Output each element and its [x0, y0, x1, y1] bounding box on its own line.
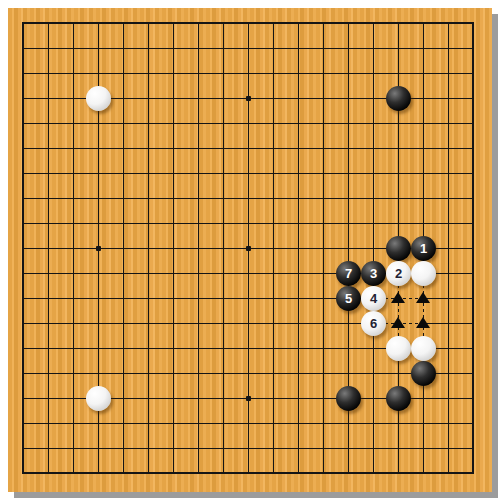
stone-move-number: 5 — [345, 292, 352, 305]
stone-move-number: 1 — [420, 242, 427, 255]
stone-move-number: 6 — [370, 317, 377, 330]
star-point — [246, 96, 251, 101]
grid-line-vertical — [472, 22, 474, 474]
triangle-mark — [391, 292, 405, 303]
board-surface[interactable]: 1732546 — [8, 8, 492, 492]
stone-black-5: 5 — [336, 286, 361, 311]
stone-black — [386, 386, 411, 411]
stone-white-6: 6 — [361, 311, 386, 336]
grid-line-vertical — [373, 22, 374, 474]
grid-line-horizontal — [22, 298, 374, 299]
go-diagram-page: 1732546 — [0, 0, 500, 500]
stone-black — [386, 86, 411, 111]
stone-black — [336, 386, 361, 411]
stone-black — [411, 361, 436, 386]
grid-line-horizontal — [22, 472, 474, 474]
stone-white — [386, 336, 411, 361]
triangle-mark — [391, 317, 405, 328]
triangle-mark — [416, 317, 430, 328]
grid-line-horizontal — [22, 373, 474, 374]
stone-move-number: 2 — [395, 267, 402, 280]
grid-line-vertical — [448, 22, 449, 474]
triangle-mark — [416, 292, 430, 303]
stone-white-4: 4 — [361, 286, 386, 311]
star-point — [246, 246, 251, 251]
grid-line-vertical — [323, 22, 324, 474]
star-point — [246, 396, 251, 401]
stone-white — [411, 261, 436, 286]
stone-white-2: 2 — [386, 261, 411, 286]
grid-line-vertical — [273, 22, 274, 474]
grid-line-horizontal — [22, 323, 374, 324]
stone-white — [86, 386, 111, 411]
stone-black — [386, 236, 411, 261]
stone-move-number: 7 — [345, 267, 352, 280]
stone-black-1: 1 — [411, 236, 436, 261]
star-point — [96, 246, 101, 251]
stone-white — [86, 86, 111, 111]
grid-line-vertical — [298, 22, 299, 474]
stone-black-7: 7 — [336, 261, 361, 286]
grid-line-horizontal — [22, 448, 474, 449]
stone-move-number: 3 — [370, 267, 377, 280]
grid-line-horizontal — [22, 423, 474, 424]
stone-black-3: 3 — [361, 261, 386, 286]
stone-white — [411, 336, 436, 361]
stone-move-number: 4 — [370, 292, 377, 305]
